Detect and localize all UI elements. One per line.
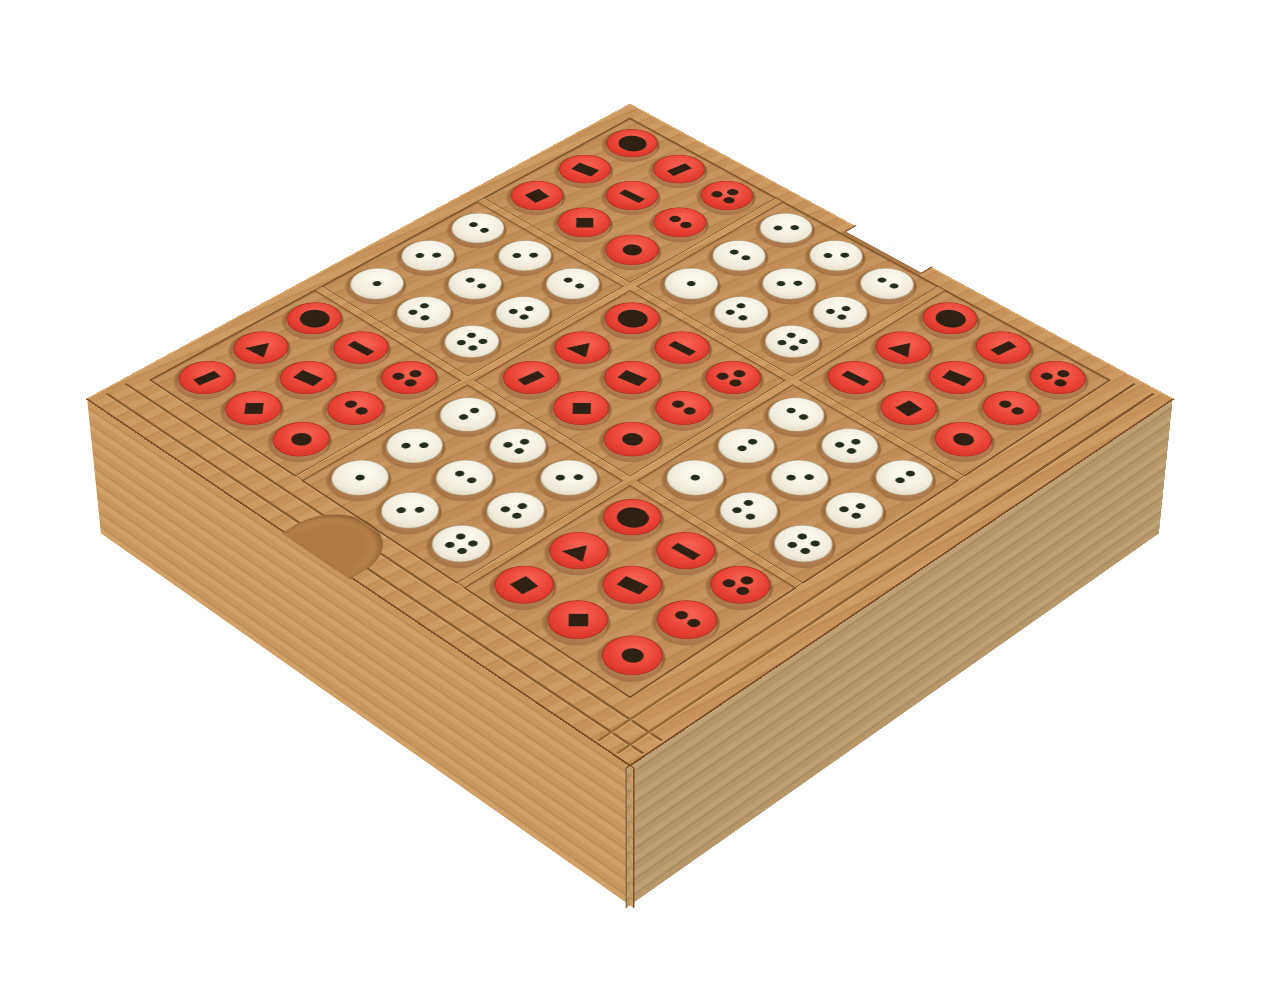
pip-dot [731,369,748,379]
cell-r4c9 [850,449,955,514]
peg-top [589,627,675,683]
cell-r9c3 [247,411,350,474]
peg-top [864,453,945,503]
peg-hole [467,484,561,543]
cell-r6c6 [578,411,681,474]
pip-dot [734,585,752,597]
peg-white-d1[interactable] [655,453,736,503]
symbol-large-dot [610,503,655,531]
cell-r6c8 [694,481,800,547]
peg-white-d2d[interactable] [759,453,840,503]
peg-side [588,634,674,690]
peg-hole [752,452,845,509]
peg-hole [470,420,562,476]
pip-dot [731,506,744,514]
pip-dot [1055,369,1072,379]
pip-dot [414,252,426,259]
cell-r9c7 [468,554,576,623]
pip-dot [510,512,523,520]
peg-hole [367,420,459,476]
pip-dot [715,371,732,381]
pip-dot [455,339,467,346]
pip-dot [528,252,540,259]
peg-side [474,491,556,542]
peg-top [528,453,609,503]
pip-dot [785,332,797,339]
cell-r7c5 [464,417,568,480]
photo-background [0,0,1280,985]
peg-white-d3[interactable] [475,485,557,536]
peg-white-d2h[interactable] [424,453,505,503]
peg-hole [582,626,680,690]
pip-dot [739,254,751,261]
pip-dot [419,314,431,321]
pip-dot [501,441,514,449]
pip-dot [833,441,846,449]
pip-dot [839,252,851,259]
peg-side [536,530,619,583]
symbol-one-dot [287,430,316,448]
symbol-large-dot [929,306,972,331]
peg-top [592,415,672,464]
peg-top [535,592,620,647]
peg-side [590,497,672,549]
pip-dot [371,280,383,287]
peg-side [589,564,673,618]
peg-top [759,453,840,503]
cell-r8c6 [460,481,566,547]
cell-r8c9 [630,588,739,659]
pip-dot [904,470,917,478]
symbol-diamond [573,403,591,414]
symbol-rect [617,576,649,594]
peg-top [478,421,558,470]
peg-side [423,458,504,508]
pip-dot [573,282,585,289]
pip-dot [775,280,787,287]
pip-dot [772,224,784,231]
peg-top [762,518,845,570]
peg-hole [699,420,791,476]
pip-dot [353,406,370,416]
pip-dot [394,506,407,514]
pip-dot [478,227,490,234]
peg-hole [806,484,900,543]
cell-r9c4 [305,449,410,514]
peg-hole [585,414,677,470]
symbol-v-bar [667,163,692,176]
peg-hole [417,452,510,509]
symbol-h-bar [619,189,645,203]
pip-dot [507,308,519,315]
peg-hole [361,484,455,543]
peg-top [482,558,566,612]
symbol-large-dot [613,133,653,155]
pip-dot [468,407,481,415]
peg-top [428,391,508,439]
peg-white-d4[interactable] [762,518,845,570]
peg-hole [647,452,740,509]
pip-dot [418,441,431,449]
pip-dot [797,337,809,344]
pip-dot [822,252,834,259]
peg-hole [530,524,625,584]
pip-dot [738,575,756,586]
symbol-h-bar [671,543,700,560]
pip-dot [399,441,412,449]
pip-dot [776,339,788,346]
pip-dot [784,407,797,415]
peg-side [528,458,609,508]
symbol-diamond [569,614,589,626]
pip-dot [720,578,738,590]
peg-side [863,458,944,508]
pip-dot [876,277,888,284]
pip-dot [721,196,737,205]
cell-r8c5 [410,449,515,514]
pip-dot [854,502,867,510]
pip-dot [572,473,585,481]
pip-dot [792,280,804,287]
peg-top [698,558,782,612]
peg-side [809,427,890,476]
pip-dot [475,282,487,289]
peg-top [708,485,790,536]
peg-top [319,453,400,503]
symbol-h-bar [348,341,375,356]
peg-top [591,492,673,543]
symbol-h-bar [841,371,869,386]
peg-red-triangle[interactable] [537,524,620,577]
pip-dot [1052,378,1069,388]
pip-dot [672,609,690,621]
peg-top [810,421,890,470]
peg-side [318,458,399,508]
peg-white-d3L[interactable] [708,485,790,536]
peg-side [706,427,787,476]
peg-white-d2v[interactable] [864,453,945,503]
symbol-rect [571,163,599,177]
symbol-v-bar [990,341,1016,355]
peg-side [644,599,729,654]
symbol-large-dot [612,306,654,331]
pip-dot [554,473,567,481]
peg-side [923,420,1003,469]
cell-r9c9 [575,623,686,695]
peg-side [418,524,501,577]
peg-side [761,524,844,577]
peg-white-d3[interactable] [810,421,890,470]
symbol-one-dot [619,242,647,258]
peg-white-d2v[interactable] [428,391,508,439]
cell-r3c9 [910,411,1013,474]
cell-r8c7 [523,520,630,588]
peg-hole [412,517,507,577]
peg-side [373,427,454,476]
symbol-one-dot [617,645,648,666]
symbol-square [510,576,538,594]
peg-hole [584,491,678,550]
peg-white-d4[interactable] [420,518,503,570]
peg-white-d2d[interactable] [374,421,454,470]
pip-dot [466,332,478,339]
cell-r4c8 [796,417,900,480]
peg-side [591,420,671,469]
pip-dot [744,512,757,520]
pip-dot [725,188,741,197]
pip-dot [728,249,740,256]
symbol-triangle [562,540,598,562]
peg-side [534,599,619,654]
pip-dot [453,470,466,478]
pip-dot [418,302,430,309]
pip-dot [746,438,759,446]
pip-dot [997,399,1014,409]
cell-r6c9 [748,513,855,580]
pip-dot [413,506,426,514]
pip-dot [464,277,476,284]
peg-hole [637,524,732,584]
symbol-large-dot [294,306,336,331]
pip-dot [431,252,443,259]
pip-dot [457,413,470,421]
sudoku-board [86,103,1175,766]
pip-dot [467,221,479,228]
peg-top [655,453,736,503]
peg-side [813,491,895,542]
pip-dot [465,476,478,484]
peg-side [756,396,836,444]
pip-dot [845,447,858,455]
peg-top [644,524,727,577]
pip-dot [466,344,479,351]
pip-dot [466,539,479,547]
pip-dot [850,512,863,520]
peg-hole [755,517,850,577]
pip-dot [840,305,852,312]
peg-red-three-dots[interactable] [698,558,782,612]
cell-r7c7 [577,487,683,553]
cell-r5c7 [693,417,797,480]
peg-hole [802,420,894,476]
peg-top [475,485,557,536]
peg-top [420,518,503,570]
pip-dot [837,505,850,513]
pip-dot [788,344,801,351]
peg-white-d3[interactable] [813,485,895,536]
pip-dot [684,617,702,629]
peg-side [477,427,558,476]
pip-dot [725,309,737,316]
symbol-rect [618,370,648,386]
pip-dot [850,438,863,446]
pip-dot [443,540,456,548]
pip-dot [354,474,367,482]
peg-top [369,485,451,536]
pip-dot [454,532,467,540]
pip-dot [678,221,694,230]
peg-side [707,491,789,542]
pip-dot [523,305,535,312]
peg-top [813,485,895,536]
pip-dot [669,399,686,409]
symbol-h-bar [668,341,695,356]
pip-dot [736,314,748,321]
peg-red-one-dot[interactable] [589,627,675,683]
cell-r7c6 [515,449,620,514]
pip-dot [516,502,529,510]
pip-dot [893,476,906,484]
peg-hole [521,452,614,509]
peg-red-one-dot[interactable] [592,415,672,464]
pip-dot [518,438,531,446]
pip-dot [798,547,811,555]
peg-red-rect[interactable] [590,558,674,612]
pip-dot [499,505,512,513]
peg-top [644,592,729,647]
symbol-square [525,189,550,203]
pip-dot [513,447,526,455]
peg-white-d2d[interactable] [369,485,451,536]
pip-dot [742,499,755,507]
peg-red-one-dot[interactable] [261,415,341,464]
peg-hole [527,591,624,654]
pip-dot [562,277,574,284]
symbol-v-bar [518,371,545,386]
symbol-one-dot [618,430,647,448]
peg-white-d3[interactable] [478,421,558,470]
cell-r7c9 [684,554,792,623]
pip-dot [808,539,821,547]
peg-hole [700,484,794,543]
symbol-square [895,400,922,416]
cell-r8c4 [360,417,464,480]
pip-dot [1039,371,1056,381]
cell-r9c5 [355,481,461,547]
symbol-v-bar [193,371,220,386]
peg-top [537,524,620,577]
cell-r5c9 [800,481,906,547]
peg-hole [857,452,950,509]
pip-dot [402,378,419,388]
cell-r8c8 [576,554,684,623]
pip-dot [1009,406,1026,416]
peg-side [643,530,726,583]
pip-dot [511,252,523,259]
peg-hole [583,557,679,619]
pip-dot [803,473,816,481]
pip-dot [681,406,698,416]
cell-r7c8 [630,520,737,588]
pip-dot [342,399,359,409]
pip-dot [786,540,799,548]
pip-dot [518,313,530,320]
peg-side [427,396,507,444]
symbol-triangle [887,338,920,357]
pip-dot [476,337,488,344]
peg-hole [691,557,787,619]
cell-r9c8 [521,588,630,659]
pip-dot [824,308,836,315]
peg-hole [254,414,346,470]
peg-red-square[interactable] [482,558,566,612]
cell-r5c8 [745,449,850,514]
pip-dot [734,302,746,309]
peg-top [590,558,674,612]
pip-dot [796,532,809,540]
symbol-rect [942,370,972,386]
peg-hole [637,591,734,654]
peg-red-two-dots[interactable] [644,592,729,647]
pip-dot [407,369,424,379]
pip-dot [735,445,748,453]
peg-white-d1[interactable] [319,453,400,503]
symbol-triangle [566,338,599,357]
pip-dot [789,224,801,231]
symbol-diamond [244,403,263,414]
peg-hole [474,557,570,619]
symbol-one-dot [949,430,978,448]
peg-side [260,420,340,469]
peg-white-d2d[interactable] [528,453,609,503]
cell-r6c7 [641,449,746,514]
cell-r9c6 [405,513,512,580]
pip-dot [685,280,697,287]
pip-dot [407,309,419,316]
pip-dot [455,547,468,555]
pip-dot [797,413,810,421]
peg-top [424,453,505,503]
peg-hole [916,414,1008,470]
peg-red-large-dot[interactable] [591,492,673,543]
peg-side [654,458,735,508]
peg-top [374,421,454,470]
pip-dot [727,378,744,388]
pip-dot [689,474,702,482]
symbol-diamond [576,218,593,228]
peg-red-one-dot[interactable] [923,415,1003,464]
peg-side [759,458,840,508]
pip-dot [887,282,899,289]
pip-dot [836,313,848,320]
peg-top [261,415,341,464]
peg-red-h-bar[interactable] [644,524,727,577]
peg-side [698,564,782,618]
peg-red-diamond[interactable] [535,592,620,647]
peg-white-d2v[interactable] [706,421,786,470]
peg-hole [312,452,405,509]
peg-top [923,415,1003,464]
pip-dot [784,473,797,481]
symbol-triangle [245,338,279,357]
peg-side [481,564,565,618]
symbol-rect [293,370,323,386]
peg-top [706,421,786,470]
